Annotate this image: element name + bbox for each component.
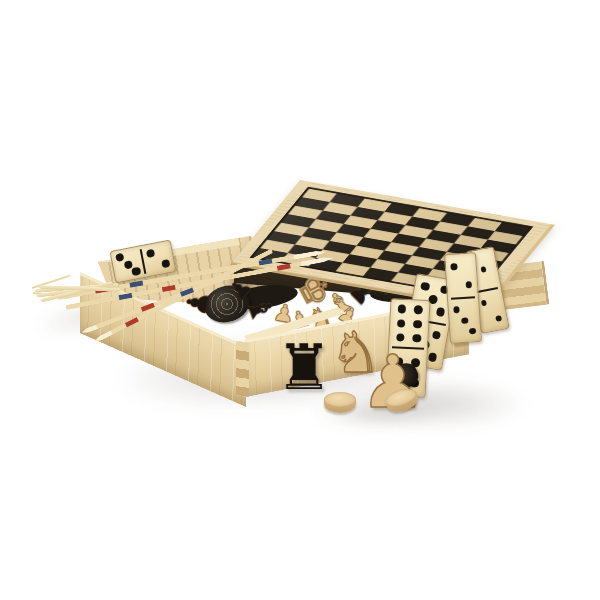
domino-pip (435, 307, 445, 317)
domino-pip (146, 248, 155, 257)
domino-pip (427, 352, 437, 362)
domino-pip (397, 305, 406, 314)
domino-leaning-inner (444, 252, 482, 344)
domino-pip (453, 306, 460, 313)
domino-half (141, 241, 175, 277)
domino-pip (131, 266, 140, 275)
domino-pip (414, 305, 423, 314)
domino-pip (115, 253, 124, 262)
finger-joint-front-corner (236, 341, 249, 397)
domino-pip (397, 319, 406, 328)
product-photo-wooden-games-set: ♟♟♝♟♚♝♟♜♛♟♞♟ (0, 0, 600, 600)
domino-pip (123, 260, 132, 269)
disc-top (324, 392, 356, 407)
domino-pip (161, 259, 170, 268)
domino-pip (469, 328, 476, 335)
domino-pip (420, 281, 430, 291)
domino-pip (451, 263, 458, 270)
black-rook-standing: ♜ (276, 336, 332, 399)
domino-half (448, 298, 481, 343)
domino-pip (431, 330, 441, 340)
domino-pip (496, 315, 503, 322)
domino-pip (413, 320, 422, 329)
domino-half (445, 253, 478, 298)
domino-pip (465, 281, 472, 288)
domino-pip (461, 317, 468, 324)
domino-pip (480, 266, 487, 273)
domino-half (111, 246, 145, 282)
domino-pip (481, 300, 488, 307)
checker-disc-flat (324, 392, 356, 414)
